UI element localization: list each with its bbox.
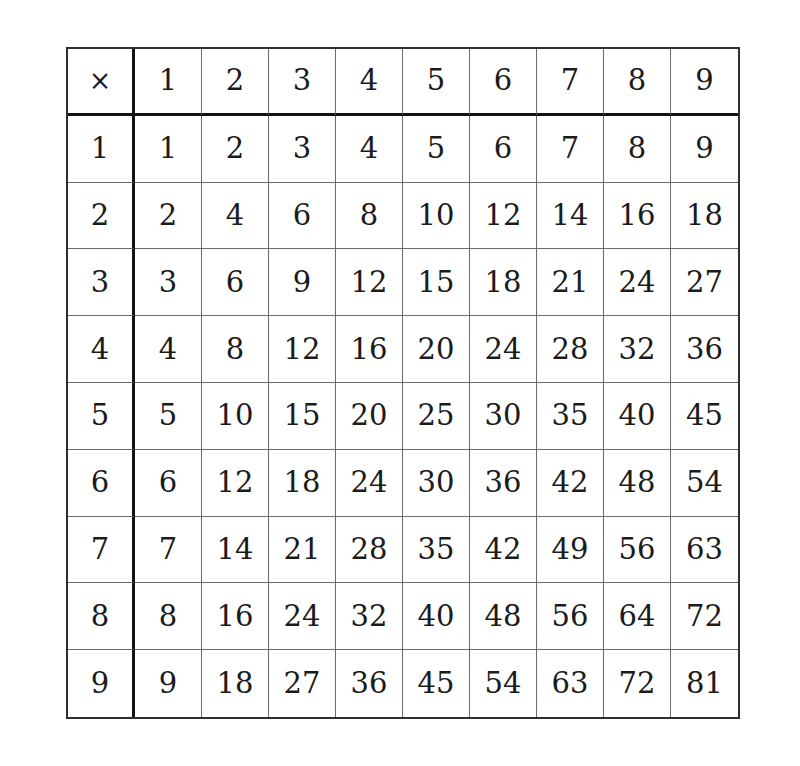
product-cell-7x6: 42 — [470, 517, 537, 584]
product-cell-2x4: 8 — [336, 183, 403, 250]
product-cell-3x4: 12 — [336, 249, 403, 316]
row-header-6: 6 — [68, 450, 135, 517]
product-cell-9x4: 36 — [336, 650, 403, 717]
product-cell-5x1: 5 — [135, 383, 202, 450]
product-cell-5x9: 45 — [671, 383, 738, 450]
product-cell-6x8: 48 — [604, 450, 671, 517]
product-cell-5x5: 25 — [403, 383, 470, 450]
col-header-4: 4 — [336, 49, 403, 116]
product-cell-1x3: 3 — [269, 116, 336, 183]
product-cell-8x1: 8 — [135, 583, 202, 650]
product-cell-8x4: 32 — [336, 583, 403, 650]
col-header-9: 9 — [671, 49, 738, 116]
col-header-8: 8 — [604, 49, 671, 116]
product-cell-5x3: 15 — [269, 383, 336, 450]
row-header-9: 9 — [68, 650, 135, 717]
product-cell-1x5: 5 — [403, 116, 470, 183]
product-cell-1x9: 9 — [671, 116, 738, 183]
row-header-5: 5 — [68, 383, 135, 450]
product-cell-3x9: 27 — [671, 249, 738, 316]
product-cell-3x1: 3 — [135, 249, 202, 316]
product-cell-2x5: 10 — [403, 183, 470, 250]
col-header-5: 5 — [403, 49, 470, 116]
product-cell-5x6: 30 — [470, 383, 537, 450]
product-cell-8x9: 72 — [671, 583, 738, 650]
product-cell-4x1: 4 — [135, 316, 202, 383]
operator-cell: × — [68, 49, 135, 116]
product-cell-9x6: 54 — [470, 650, 537, 717]
product-cell-1x7: 7 — [537, 116, 604, 183]
product-cell-1x1: 1 — [135, 116, 202, 183]
product-cell-2x3: 6 — [269, 183, 336, 250]
product-cell-9x9: 81 — [671, 650, 738, 717]
product-cell-9x2: 18 — [202, 650, 269, 717]
product-cell-2x7: 14 — [537, 183, 604, 250]
product-cell-6x1: 6 — [135, 450, 202, 517]
product-cell-3x5: 15 — [403, 249, 470, 316]
product-cell-8x7: 56 — [537, 583, 604, 650]
product-cell-2x9: 18 — [671, 183, 738, 250]
col-header-2: 2 — [202, 49, 269, 116]
product-cell-4x7: 28 — [537, 316, 604, 383]
product-cell-6x3: 18 — [269, 450, 336, 517]
product-cell-6x2: 12 — [202, 450, 269, 517]
product-cell-8x8: 64 — [604, 583, 671, 650]
product-cell-8x3: 24 — [269, 583, 336, 650]
product-cell-6x9: 54 — [671, 450, 738, 517]
col-header-7: 7 — [537, 49, 604, 116]
product-cell-9x1: 9 — [135, 650, 202, 717]
product-cell-3x2: 6 — [202, 249, 269, 316]
product-cell-4x3: 12 — [269, 316, 336, 383]
product-cell-8x6: 48 — [470, 583, 537, 650]
product-cell-9x3: 27 — [269, 650, 336, 717]
product-cell-5x7: 35 — [537, 383, 604, 450]
product-cell-2x2: 4 — [202, 183, 269, 250]
product-cell-4x5: 20 — [403, 316, 470, 383]
product-cell-7x2: 14 — [202, 517, 269, 584]
product-cell-7x9: 63 — [671, 517, 738, 584]
product-cell-8x2: 16 — [202, 583, 269, 650]
row-header-2: 2 — [68, 183, 135, 250]
product-cell-1x4: 4 — [336, 116, 403, 183]
product-cell-5x2: 10 — [202, 383, 269, 450]
row-header-7: 7 — [68, 517, 135, 584]
product-cell-2x6: 12 — [470, 183, 537, 250]
product-cell-4x9: 36 — [671, 316, 738, 383]
product-cell-2x1: 2 — [135, 183, 202, 250]
product-cell-9x7: 63 — [537, 650, 604, 717]
multiplication-table: ×123456789112345678922468101214161833691… — [66, 47, 740, 719]
product-cell-6x4: 24 — [336, 450, 403, 517]
product-cell-3x3: 9 — [269, 249, 336, 316]
product-cell-6x5: 30 — [403, 450, 470, 517]
product-cell-6x6: 36 — [470, 450, 537, 517]
col-header-3: 3 — [269, 49, 336, 116]
col-header-1: 1 — [135, 49, 202, 116]
product-cell-1x2: 2 — [202, 116, 269, 183]
row-header-8: 8 — [68, 583, 135, 650]
col-header-6: 6 — [470, 49, 537, 116]
product-cell-5x8: 40 — [604, 383, 671, 450]
product-cell-3x6: 18 — [470, 249, 537, 316]
product-cell-2x8: 16 — [604, 183, 671, 250]
product-cell-4x2: 8 — [202, 316, 269, 383]
row-header-4: 4 — [68, 316, 135, 383]
product-cell-4x4: 16 — [336, 316, 403, 383]
product-cell-7x4: 28 — [336, 517, 403, 584]
product-cell-5x4: 20 — [336, 383, 403, 450]
product-cell-6x7: 42 — [537, 450, 604, 517]
product-cell-8x5: 40 — [403, 583, 470, 650]
product-cell-4x6: 24 — [470, 316, 537, 383]
product-cell-7x5: 35 — [403, 517, 470, 584]
product-cell-1x6: 6 — [470, 116, 537, 183]
product-cell-7x1: 7 — [135, 517, 202, 584]
product-cell-7x3: 21 — [269, 517, 336, 584]
product-cell-3x8: 24 — [604, 249, 671, 316]
product-cell-1x8: 8 — [604, 116, 671, 183]
product-cell-9x8: 72 — [604, 650, 671, 717]
page: ×123456789112345678922468101214161833691… — [0, 0, 800, 766]
product-cell-4x8: 32 — [604, 316, 671, 383]
product-cell-7x8: 56 — [604, 517, 671, 584]
row-header-1: 1 — [68, 116, 135, 183]
row-header-3: 3 — [68, 249, 135, 316]
product-cell-3x7: 21 — [537, 249, 604, 316]
product-cell-9x5: 45 — [403, 650, 470, 717]
product-cell-7x7: 49 — [537, 517, 604, 584]
